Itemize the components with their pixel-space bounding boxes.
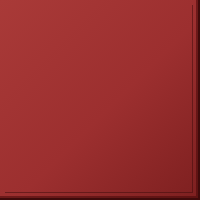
chess-board-frame <box>0 0 200 200</box>
chess-board <box>4 4 192 192</box>
